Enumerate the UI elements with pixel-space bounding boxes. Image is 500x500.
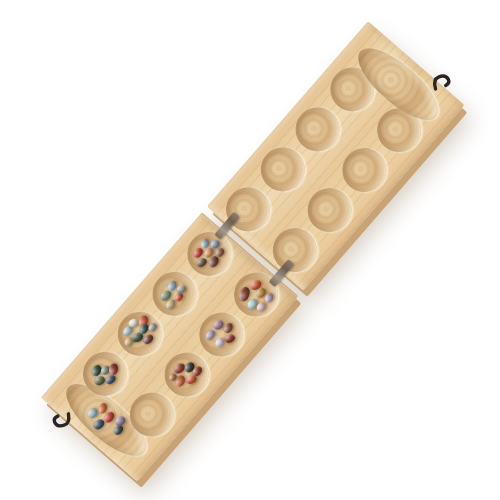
- gem-stone: [111, 424, 124, 438]
- gem-stone: [104, 373, 118, 386]
- mancala-board: [41, 22, 464, 481]
- gem-stone: [146, 322, 157, 333]
- gem-stone: [85, 406, 99, 420]
- product-photo-stage: [0, 0, 500, 500]
- gem-stone: [223, 333, 236, 345]
- gem-stone: [203, 329, 216, 343]
